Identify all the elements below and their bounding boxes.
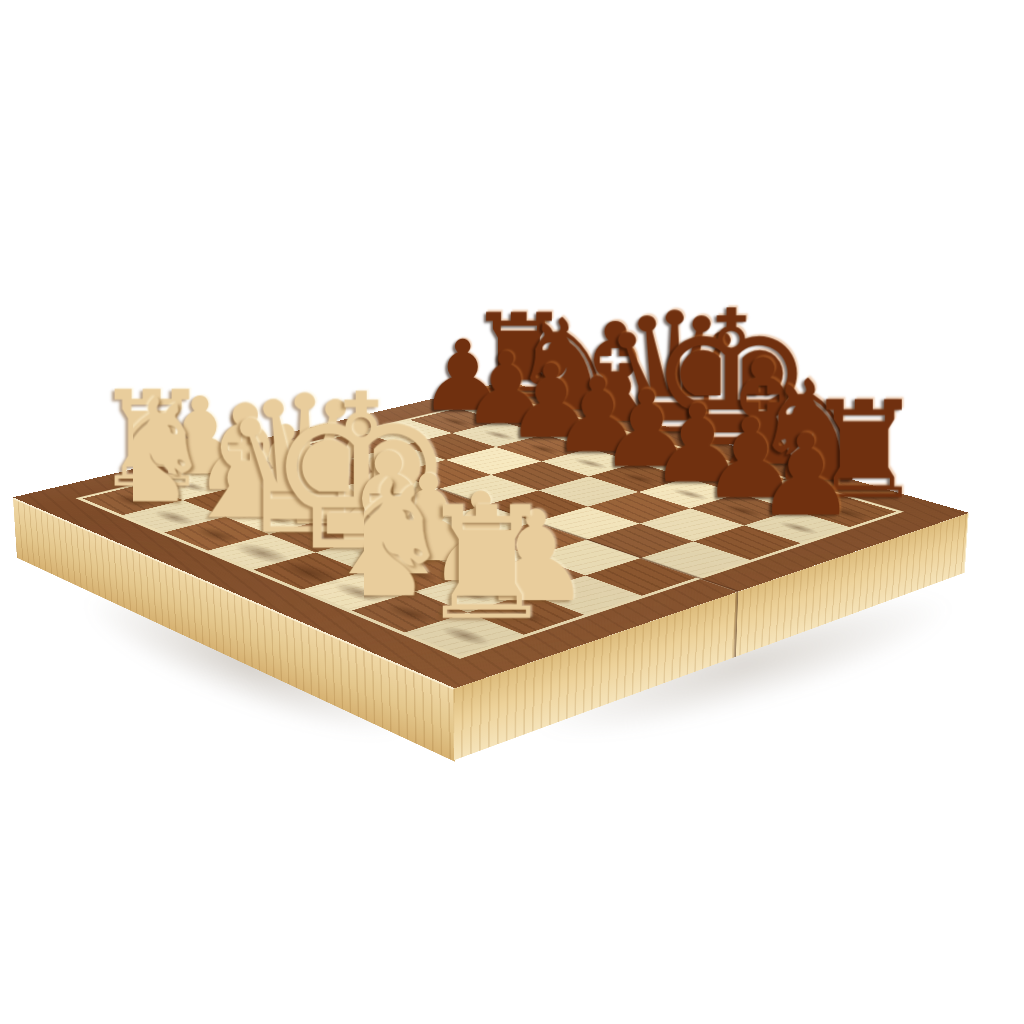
chess-scene: ♜♞♝♛♚♝♞♜♟♟♟♟♟♟♟♟♟♟♟♟♟♟♟♟♜♞♝♛♚♝♞♜ — [0, 0, 1024, 1024]
board-top-surface: ♜♞♝♛♚♝♞♜♟♟♟♟♟♟♟♟♟♟♟♟♟♟♟♟♜♞♝♛♚♝♞♜ — [13, 381, 969, 688]
square-h6[interactable] — [694, 525, 801, 560]
piece-white-rook-h1[interactable]: ♜ — [417, 478, 512, 634]
piece-black-pawn-h7[interactable]: ♟ — [755, 413, 838, 526]
fold-seam-side — [733, 592, 738, 658]
white-rook-icon: ♜ — [417, 486, 512, 642]
product-photo-stage: ♜♞♝♛♚♝♞♜♟♟♟♟♟♟♟♟♟♟♟♟♟♟♟♟♜♞♝♛♚♝♞♜ — [0, 0, 1024, 1024]
black-pawn-icon: ♟ — [755, 419, 838, 532]
